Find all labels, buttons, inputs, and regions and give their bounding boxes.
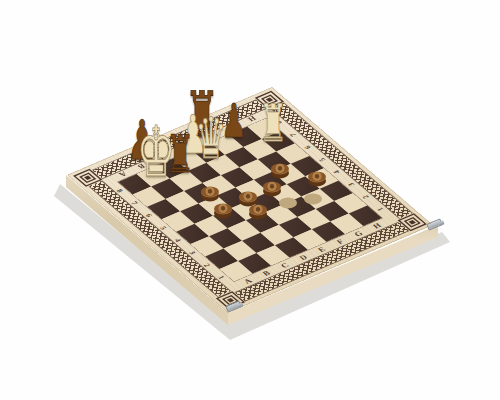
product-photo-scene: ABCDEFGH ABCDEFGH 87654321 87654321 ♟♚♜♟… (0, 0, 500, 400)
game-board: ABCDEFGH ABCDEFGH 87654321 87654321 (67, 87, 433, 313)
